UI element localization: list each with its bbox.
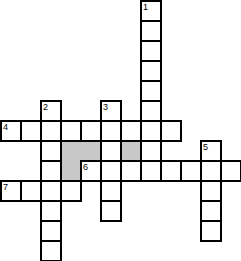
crossword-board: 1234567 bbox=[0, 0, 241, 261]
grid-cell-0-9[interactable]: 7 bbox=[0, 180, 22, 202]
grid-cell-5-9[interactable] bbox=[100, 180, 122, 202]
grid-cell-7-7[interactable] bbox=[140, 140, 162, 162]
grid-cell-10-8[interactable] bbox=[200, 160, 222, 182]
clue-number: 2 bbox=[43, 102, 48, 112]
grid-cell-6-8[interactable] bbox=[120, 160, 142, 182]
clue-number: 6 bbox=[83, 162, 88, 172]
grid-cell-2-10[interactable] bbox=[40, 200, 62, 222]
grid-cell-3-6[interactable] bbox=[60, 120, 82, 142]
grid-cell-2-8[interactable] bbox=[40, 160, 62, 182]
grid-cell-7-0[interactable]: 1 bbox=[140, 0, 162, 22]
grid-cell-2-5[interactable]: 2 bbox=[40, 100, 62, 122]
clue-number: 1 bbox=[143, 2, 148, 12]
grid-cell-7-4[interactable] bbox=[140, 80, 162, 102]
grid-cell-5-6[interactable] bbox=[100, 120, 122, 142]
grid-cell-6-6[interactable] bbox=[120, 120, 142, 142]
grid-cell-7-3[interactable] bbox=[140, 60, 162, 82]
grid-cell-7-6[interactable] bbox=[140, 120, 162, 142]
shaded-cell-3-8 bbox=[60, 160, 82, 182]
grid-cell-2-11[interactable] bbox=[40, 220, 62, 242]
grid-cell-7-8[interactable] bbox=[140, 160, 162, 182]
grid-cell-5-10[interactable] bbox=[100, 200, 122, 222]
grid-cell-2-6[interactable] bbox=[40, 120, 62, 142]
shaded-cell-4-7 bbox=[80, 140, 102, 162]
grid-cell-3-9[interactable] bbox=[60, 180, 82, 202]
grid-cell-5-7[interactable] bbox=[100, 140, 122, 162]
grid-cell-0-6[interactable]: 4 bbox=[0, 120, 22, 142]
grid-cell-2-12[interactable] bbox=[40, 240, 62, 261]
grid-cell-2-9[interactable] bbox=[40, 180, 62, 202]
grid-cell-11-8[interactable] bbox=[220, 160, 241, 182]
grid-cell-4-8[interactable]: 6 bbox=[80, 160, 102, 182]
grid-cell-10-7[interactable]: 5 bbox=[200, 140, 222, 162]
clue-number: 7 bbox=[3, 182, 8, 192]
grid-cell-5-5[interactable]: 3 bbox=[100, 100, 122, 122]
grid-cell-1-9[interactable] bbox=[20, 180, 42, 202]
grid-cell-7-2[interactable] bbox=[140, 40, 162, 62]
shaded-cell-6-7 bbox=[120, 140, 142, 162]
grid-cell-10-11[interactable] bbox=[200, 220, 222, 242]
grid-cell-10-10[interactable] bbox=[200, 200, 222, 222]
grid-cell-2-7[interactable] bbox=[40, 140, 62, 162]
grid-cell-7-1[interactable] bbox=[140, 20, 162, 42]
grid-cell-4-6[interactable] bbox=[80, 120, 102, 142]
clue-number: 3 bbox=[103, 102, 108, 112]
grid-cell-8-6[interactable] bbox=[160, 120, 182, 142]
grid-cell-8-8[interactable] bbox=[160, 160, 182, 182]
grid-cell-7-5[interactable] bbox=[140, 100, 162, 122]
clue-number: 5 bbox=[203, 142, 208, 152]
clue-number: 4 bbox=[3, 122, 8, 132]
grid-cell-9-8[interactable] bbox=[180, 160, 202, 182]
shaded-cell-3-7 bbox=[60, 140, 82, 162]
grid-cell-10-9[interactable] bbox=[200, 180, 222, 202]
grid-cell-5-8[interactable] bbox=[100, 160, 122, 182]
grid-cell-1-6[interactable] bbox=[20, 120, 42, 142]
